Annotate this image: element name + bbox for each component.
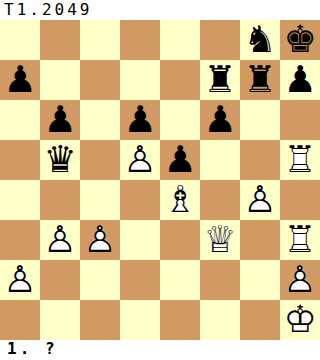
square-g4[interactable]: ♟♙	[240, 180, 280, 220]
black-rook-piece[interactable]: ♜	[240, 60, 280, 100]
white-pawn-piece[interactable]: ♟♙	[80, 220, 120, 260]
black-pawn-piece[interactable]: ♟	[120, 100, 160, 140]
black-pawn-piece[interactable]: ♟	[40, 100, 80, 140]
white-queen-piece[interactable]: ♛♕	[200, 220, 240, 260]
square-c1[interactable]	[80, 300, 120, 340]
square-f3[interactable]: ♛♕	[200, 220, 240, 260]
square-e2[interactable]	[160, 260, 200, 300]
square-d6[interactable]: ♟	[120, 100, 160, 140]
white-rook-piece[interactable]: ♜♖	[280, 140, 320, 180]
square-e8[interactable]	[160, 20, 200, 60]
square-h5[interactable]: ♜♖	[280, 140, 320, 180]
black-pawn-piece[interactable]: ♟	[280, 60, 320, 100]
square-f8[interactable]	[200, 20, 240, 60]
square-e7[interactable]	[160, 60, 200, 100]
square-a2[interactable]: ♟♙	[0, 260, 40, 300]
square-a6[interactable]	[0, 100, 40, 140]
puzzle-title: T1.2049	[0, 0, 320, 20]
square-c3[interactable]: ♟♙	[80, 220, 120, 260]
square-a8[interactable]	[0, 20, 40, 60]
square-b2[interactable]	[40, 260, 80, 300]
black-king-piece[interactable]: ♚	[280, 20, 320, 60]
square-b5[interactable]: ♛	[40, 140, 80, 180]
square-c8[interactable]	[80, 20, 120, 60]
white-piece-outline: ♖	[280, 220, 320, 260]
white-piece-outline: ♙	[120, 140, 160, 180]
white-piece-outline: ♔	[280, 300, 320, 340]
square-e6[interactable]	[160, 100, 200, 140]
square-h7[interactable]: ♟	[280, 60, 320, 100]
square-c6[interactable]	[80, 100, 120, 140]
square-b3[interactable]: ♟♙	[40, 220, 80, 260]
white-pawn-piece[interactable]: ♟♙	[0, 260, 40, 300]
white-piece-outline: ♙	[40, 220, 80, 260]
square-g6[interactable]	[240, 100, 280, 140]
white-pawn-piece[interactable]: ♟♙	[40, 220, 80, 260]
square-d1[interactable]	[120, 300, 160, 340]
square-a1[interactable]	[0, 300, 40, 340]
square-b8[interactable]	[40, 20, 80, 60]
white-king-piece[interactable]: ♚♔	[280, 300, 320, 340]
square-h3[interactable]: ♜♖	[280, 220, 320, 260]
square-g5[interactable]	[240, 140, 280, 180]
square-d7[interactable]	[120, 60, 160, 100]
square-a4[interactable]	[0, 180, 40, 220]
white-piece-outline: ♙	[0, 260, 40, 300]
square-f5[interactable]	[200, 140, 240, 180]
square-c4[interactable]	[80, 180, 120, 220]
square-b7[interactable]	[40, 60, 80, 100]
square-e5[interactable]: ♟	[160, 140, 200, 180]
square-h4[interactable]	[280, 180, 320, 220]
white-piece-outline: ♖	[280, 140, 320, 180]
chess-board: ♞♚♟♜♜♟♟♟♟♛♟♙♟♜♖♝♗♟♙♟♙♟♙♛♕♜♖♟♙♟♙♚♔	[0, 20, 320, 340]
black-knight-piece[interactable]: ♞	[240, 20, 280, 60]
square-b1[interactable]	[40, 300, 80, 340]
black-queen-piece[interactable]: ♛	[40, 140, 80, 180]
square-g7[interactable]: ♜	[240, 60, 280, 100]
black-pawn-piece[interactable]: ♟	[160, 140, 200, 180]
square-f6[interactable]: ♟	[200, 100, 240, 140]
white-piece-outline: ♙	[280, 260, 320, 300]
white-piece-outline: ♕	[200, 220, 240, 260]
move-prompt: 1. ?	[0, 340, 320, 360]
square-e4[interactable]: ♝♗	[160, 180, 200, 220]
white-piece-outline: ♗	[160, 180, 200, 220]
square-h1[interactable]: ♚♔	[280, 300, 320, 340]
square-a3[interactable]	[0, 220, 40, 260]
square-d2[interactable]	[120, 260, 160, 300]
square-f7[interactable]: ♜	[200, 60, 240, 100]
black-rook-piece[interactable]: ♜	[200, 60, 240, 100]
white-piece-outline: ♙	[80, 220, 120, 260]
square-d4[interactable]	[120, 180, 160, 220]
square-c2[interactable]	[80, 260, 120, 300]
square-f1[interactable]	[200, 300, 240, 340]
square-g3[interactable]	[240, 220, 280, 260]
square-e1[interactable]	[160, 300, 200, 340]
black-pawn-piece[interactable]: ♟	[200, 100, 240, 140]
black-pawn-piece[interactable]: ♟	[0, 60, 40, 100]
white-piece-outline: ♙	[240, 180, 280, 220]
white-pawn-piece[interactable]: ♟♙	[280, 260, 320, 300]
square-g2[interactable]	[240, 260, 280, 300]
square-d5[interactable]: ♟♙	[120, 140, 160, 180]
square-c7[interactable]	[80, 60, 120, 100]
square-g1[interactable]	[240, 300, 280, 340]
square-d3[interactable]	[120, 220, 160, 260]
square-h8[interactable]: ♚	[280, 20, 320, 60]
square-a5[interactable]	[0, 140, 40, 180]
white-rook-piece[interactable]: ♜♖	[280, 220, 320, 260]
square-h2[interactable]: ♟♙	[280, 260, 320, 300]
square-f2[interactable]	[200, 260, 240, 300]
square-f4[interactable]	[200, 180, 240, 220]
square-g8[interactable]: ♞	[240, 20, 280, 60]
white-bishop-piece[interactable]: ♝♗	[160, 180, 200, 220]
square-a7[interactable]: ♟	[0, 60, 40, 100]
square-c5[interactable]	[80, 140, 120, 180]
white-pawn-piece[interactable]: ♟♙	[120, 140, 160, 180]
square-d8[interactable]	[120, 20, 160, 60]
square-b6[interactable]: ♟	[40, 100, 80, 140]
square-h6[interactable]	[280, 100, 320, 140]
square-e3[interactable]	[160, 220, 200, 260]
square-b4[interactable]	[40, 180, 80, 220]
white-pawn-piece[interactable]: ♟♙	[240, 180, 280, 220]
